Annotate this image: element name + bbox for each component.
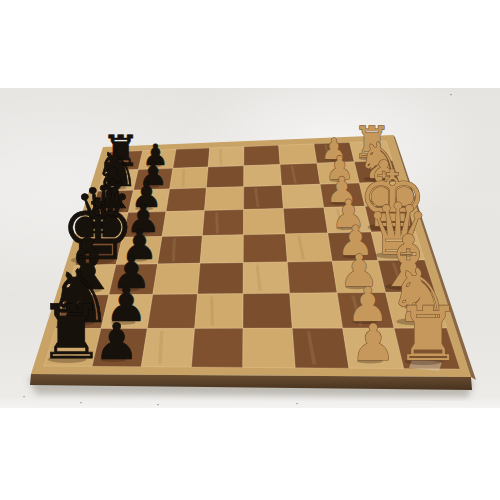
- board-square: [173, 148, 210, 168]
- board-square: [283, 207, 327, 233]
- white-rook: ♜: [395, 291, 462, 378]
- black-rook: ♜: [38, 289, 105, 376]
- backdrop-speck: [23, 396, 25, 397]
- board-square: [287, 261, 337, 293]
- board-square: [290, 293, 343, 328]
- board-square: [166, 188, 206, 212]
- backdrop-speck: [296, 403, 298, 404]
- backdrop-speck: [80, 402, 82, 403]
- board-square: [153, 263, 200, 294]
- board-square: [292, 328, 349, 368]
- board-square: [244, 164, 282, 186]
- board-square: [243, 209, 285, 235]
- board-square: [158, 236, 203, 264]
- board-square: [285, 233, 332, 262]
- board-square: [280, 163, 320, 185]
- board-square: [205, 187, 244, 211]
- board-square: [243, 262, 290, 294]
- board-square: [244, 145, 280, 166]
- board-square: [208, 147, 244, 167]
- board-square: [243, 328, 295, 368]
- board-square: [195, 294, 243, 329]
- board-square: [244, 185, 284, 209]
- backdrop-speck: [157, 404, 159, 405]
- board-square: [191, 328, 243, 367]
- board-square: [243, 234, 287, 263]
- board-square: [162, 211, 204, 237]
- board-square: [198, 263, 244, 294]
- photo-canvas: ♟♜♟♜♟♞♟♞♟♝♟♝♟♛♟♚♟♚♟♛♟♝♟♝♟♞♟♞♟♜♟♜: [0, 0, 500, 500]
- board-square: [170, 167, 208, 189]
- white-pawn: ♟: [350, 313, 395, 372]
- chess-board: ♟♜♟♜♟♞♟♞♟♝♟♝♟♛♟♚♟♚♟♛♟♝♟♝♟♞♟♞♟♜♟♜: [0, 0, 500, 500]
- board-square: [243, 293, 292, 328]
- board-square: [279, 144, 317, 165]
- backdrop-speck: [450, 94, 452, 95]
- board-square: [147, 294, 197, 328]
- board-square: [282, 184, 324, 208]
- board-square: [206, 166, 243, 188]
- board-square: [141, 328, 194, 367]
- board-square: [200, 235, 243, 264]
- board-square: [202, 210, 243, 236]
